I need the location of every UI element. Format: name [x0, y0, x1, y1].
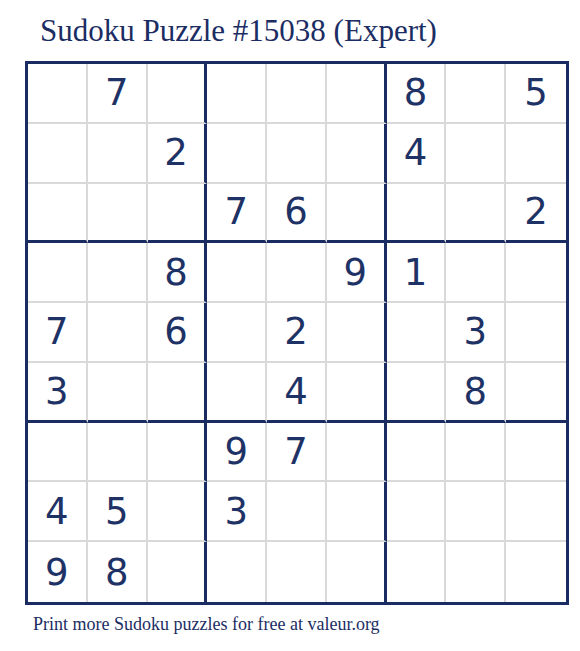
- cell-r3c6: [327, 184, 387, 244]
- cell-r2c9: [506, 124, 566, 184]
- cell-r8c5: [267, 482, 327, 542]
- cell-r3c9: 2: [506, 184, 566, 244]
- cell-r6c2: [88, 363, 148, 423]
- cell-r5c5: 2: [267, 303, 327, 363]
- cell-r6c9: [506, 363, 566, 423]
- cell-r3c3: [148, 184, 208, 244]
- cell-r6c8: 8: [446, 363, 506, 423]
- cell-r1c8: [446, 64, 506, 124]
- cell-r5c6: [327, 303, 387, 363]
- cell-r1c7: 8: [387, 64, 447, 124]
- cell-r9c8: [446, 542, 506, 602]
- cell-r5c7: [387, 303, 447, 363]
- page-title: Sudoku Puzzle #15038 (Expert): [40, 13, 437, 49]
- cell-r8c7: [387, 482, 447, 542]
- cell-r5c4: [207, 303, 267, 363]
- cell-r3c1: [28, 184, 88, 244]
- cell-r7c7: [387, 423, 447, 483]
- cell-r7c8: [446, 423, 506, 483]
- cell-r8c4: 3: [207, 482, 267, 542]
- cell-r6c3: [148, 363, 208, 423]
- cell-r5c3: 6: [148, 303, 208, 363]
- cell-r7c9: [506, 423, 566, 483]
- cell-r9c2: 8: [88, 542, 148, 602]
- cell-r3c8: [446, 184, 506, 244]
- cell-r7c2: [88, 423, 148, 483]
- cell-r5c2: [88, 303, 148, 363]
- cell-r4c4: [207, 243, 267, 303]
- cell-r5c9: [506, 303, 566, 363]
- cell-r5c8: 3: [446, 303, 506, 363]
- cell-r2c4: [207, 124, 267, 184]
- cell-r4c6: 9: [327, 243, 387, 303]
- cell-r8c9: [506, 482, 566, 542]
- cell-r8c2: 5: [88, 482, 148, 542]
- cell-r4c3: 8: [148, 243, 208, 303]
- cell-r7c5: 7: [267, 423, 327, 483]
- cell-r9c7: [387, 542, 447, 602]
- sudoku-grid: 7852476289176233489745398: [25, 61, 569, 605]
- cell-r9c3: [148, 542, 208, 602]
- cell-r7c4: 9: [207, 423, 267, 483]
- cell-r1c2: 7: [88, 64, 148, 124]
- cell-r1c5: [267, 64, 327, 124]
- cell-r2c2: [88, 124, 148, 184]
- cell-r4c8: [446, 243, 506, 303]
- cell-r7c3: [148, 423, 208, 483]
- cell-r2c5: [267, 124, 327, 184]
- footer-text: Print more Sudoku puzzles for free at va…: [33, 614, 380, 635]
- cell-r3c5: 6: [267, 184, 327, 244]
- cell-r9c4: [207, 542, 267, 602]
- cell-r2c3: 2: [148, 124, 208, 184]
- cell-r6c4: [207, 363, 267, 423]
- cell-r1c6: [327, 64, 387, 124]
- cell-r4c7: 1: [387, 243, 447, 303]
- cell-r9c6: [327, 542, 387, 602]
- cell-r7c6: [327, 423, 387, 483]
- cell-r4c9: [506, 243, 566, 303]
- cell-r6c5: 4: [267, 363, 327, 423]
- cell-r9c9: [506, 542, 566, 602]
- cell-r4c1: [28, 243, 88, 303]
- cell-r2c6: [327, 124, 387, 184]
- cell-r4c2: [88, 243, 148, 303]
- cell-r6c6: [327, 363, 387, 423]
- cell-r1c9: 5: [506, 64, 566, 124]
- cell-r6c1: 3: [28, 363, 88, 423]
- cell-r3c2: [88, 184, 148, 244]
- cell-r1c1: [28, 64, 88, 124]
- cell-r3c4: 7: [207, 184, 267, 244]
- cell-r5c1: 7: [28, 303, 88, 363]
- cell-r4c5: [267, 243, 327, 303]
- cell-r6c7: [387, 363, 447, 423]
- cell-r9c1: 9: [28, 542, 88, 602]
- cell-r8c8: [446, 482, 506, 542]
- cell-r9c5: [267, 542, 327, 602]
- cell-r8c1: 4: [28, 482, 88, 542]
- cell-r8c6: [327, 482, 387, 542]
- cell-r2c1: [28, 124, 88, 184]
- cell-r8c3: [148, 482, 208, 542]
- cell-r1c4: [207, 64, 267, 124]
- cell-r1c3: [148, 64, 208, 124]
- cell-r7c1: [28, 423, 88, 483]
- cell-r2c8: [446, 124, 506, 184]
- sudoku-page: Sudoku Puzzle #15038 (Expert) 7852476289…: [0, 0, 580, 651]
- cell-r3c7: [387, 184, 447, 244]
- cell-r2c7: 4: [387, 124, 447, 184]
